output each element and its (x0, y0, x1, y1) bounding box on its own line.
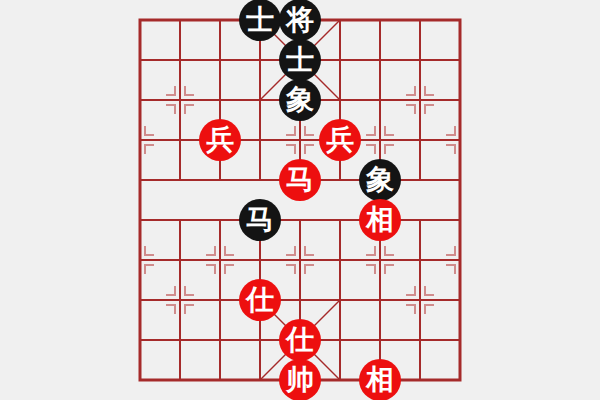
piece-red-elephant[interactable]: 相 (359, 359, 401, 400)
xiangqi-app: 士将士象兵兵马象马相仕仕帅相 (0, 0, 600, 400)
piece-black-advisor[interactable]: 士 (239, 0, 281, 41)
piece-red-elephant[interactable]: 相 (359, 199, 401, 241)
piece-red-advisor[interactable]: 仕 (279, 319, 321, 361)
piece-red-pawn[interactable]: 兵 (199, 119, 241, 161)
xiangqi-board[interactable]: 士将士象兵兵马象马相仕仕帅相 (0, 0, 600, 400)
pieces-layer: 士将士象兵兵马象马相仕仕帅相 (120, 0, 480, 400)
piece-black-elephant[interactable]: 象 (279, 79, 321, 121)
piece-black-elephant[interactable]: 象 (359, 159, 401, 201)
piece-black-advisor[interactable]: 士 (279, 39, 321, 81)
piece-red-advisor[interactable]: 仕 (239, 279, 281, 321)
piece-red-king[interactable]: 帅 (279, 359, 321, 400)
piece-black-horse[interactable]: 马 (239, 199, 281, 241)
piece-black-king[interactable]: 将 (279, 0, 321, 41)
piece-red-pawn[interactable]: 兵 (319, 119, 361, 161)
piece-red-horse[interactable]: 马 (279, 159, 321, 201)
